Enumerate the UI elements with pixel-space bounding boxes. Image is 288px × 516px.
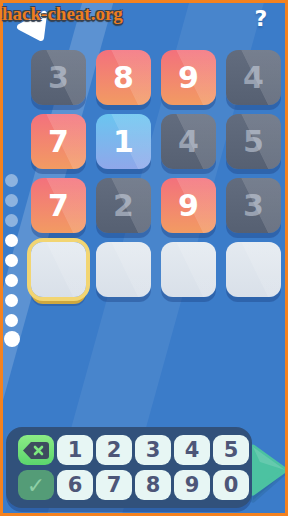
puzzle-board: 389471457293 [31, 50, 281, 297]
backspace-key[interactable] [18, 435, 54, 465]
next-button[interactable] [250, 440, 288, 514]
watermark: hack-cheat.org [2, 3, 123, 25]
board-cell-red-7: 7 [31, 178, 86, 233]
board-cell-red-9: 9 [161, 178, 216, 233]
progress-dot-active [5, 234, 18, 247]
board-cell-empty[interactable] [226, 242, 281, 297]
board-cell-red-9: 9 [161, 50, 216, 105]
key-6[interactable]: 6 [57, 470, 93, 500]
play-right-triangle-icon [250, 440, 288, 510]
board-cell-gray-3: 3 [226, 178, 281, 233]
progress-dot-active [5, 294, 18, 307]
progress-dot-active [5, 274, 18, 287]
board-cell-blue-1: 1 [96, 114, 151, 169]
board-cell-gray-5: 5 [226, 114, 281, 169]
board-cell-red-8: 8 [96, 50, 151, 105]
progress-dot-faded [5, 174, 18, 187]
key-0[interactable]: 0 [213, 470, 249, 500]
board-cell-gray-2: 2 [96, 178, 151, 233]
key-2[interactable]: 2 [96, 435, 132, 465]
board-cell-gray-3: 3 [31, 50, 86, 105]
progress-dot-current [4, 331, 20, 347]
progress-dot-faded [5, 214, 18, 227]
board-cell-gray-4: 4 [226, 50, 281, 105]
key-7[interactable]: 7 [96, 470, 132, 500]
confirm-key[interactable]: ✓ [18, 470, 54, 500]
board-cell-empty[interactable] [96, 242, 151, 297]
backspace-x-icon [22, 441, 50, 460]
board-cell-gray-4: 4 [161, 114, 216, 169]
key-4[interactable]: 4 [174, 435, 210, 465]
key-1[interactable]: 1 [57, 435, 93, 465]
board-cell-selected-empty[interactable] [31, 242, 86, 297]
key-8[interactable]: 8 [135, 470, 171, 500]
key-3[interactable]: 3 [135, 435, 171, 465]
board-cell-empty[interactable] [161, 242, 216, 297]
key-5[interactable]: 5 [213, 435, 249, 465]
board-cell-red-7: 7 [31, 114, 86, 169]
progress-dot-active [5, 254, 18, 267]
key-9[interactable]: 9 [174, 470, 210, 500]
game-screen: ? 389471457293 12345✓67890 hack-cheat.or… [0, 0, 288, 516]
progress-dot-active [5, 314, 18, 327]
number-keypad: 12345✓67890 [6, 427, 252, 508]
progress-dot-faded [5, 194, 18, 207]
help-button[interactable]: ? [247, 4, 275, 34]
